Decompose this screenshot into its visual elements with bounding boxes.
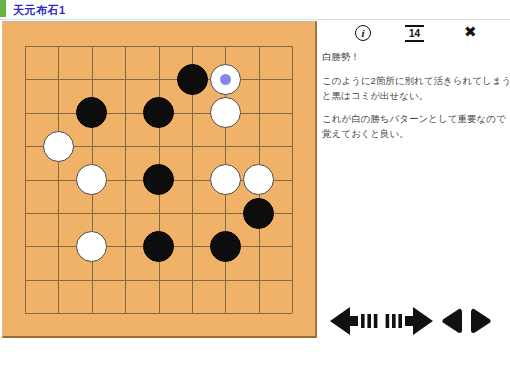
panel-toolbar: i 14 ✖ (320, 25, 510, 43)
next-move-button[interactable] (468, 307, 494, 335)
app-window: 天元布石1 i 14 ✖ 白勝勢！ このように2箇所に別れて活きられてしまうと黒… (0, 0, 510, 380)
stone-white (210, 97, 241, 128)
move-counter[interactable]: 14 (405, 25, 424, 42)
fast-backward-button[interactable] (330, 307, 378, 335)
stone-black (210, 231, 241, 262)
nav-controls (320, 307, 510, 337)
page-title: 天元布石1 (13, 3, 66, 18)
previous-move-button[interactable] (439, 307, 465, 335)
fast-forward-icon (385, 307, 433, 335)
go-board[interactable] (2, 21, 317, 338)
stone-black (243, 198, 274, 229)
stone-white (210, 64, 241, 95)
fast-forward-button[interactable] (385, 307, 433, 335)
info-icon[interactable]: i (355, 25, 371, 41)
stone-white (76, 231, 107, 262)
title-accent-bar (0, 0, 6, 17)
fast-backward-icon (330, 307, 378, 335)
stone-black (177, 64, 208, 95)
next-move-icon (468, 307, 494, 335)
commentary-heading: 白勝勢！ (322, 49, 510, 64)
close-icon[interactable]: ✖ (464, 22, 477, 42)
commentary: 白勝勢！ このように2箇所に別れて活きられてしまうと黒はコミが出せない。 これが… (322, 49, 510, 149)
side-panel: i 14 ✖ 白勝勢！ このように2箇所に別れて活きられてしまうと黒はコミが出せ… (320, 21, 510, 380)
previous-move-icon (439, 307, 465, 335)
commentary-paragraph: このように2箇所に別れて活きられてしまうと黒はコミが出せない。 (322, 73, 510, 103)
stone-black (143, 231, 174, 262)
stone-white (43, 131, 74, 162)
title-bar: 天元布石1 (0, 0, 510, 20)
commentary-paragraph: これが白の勝ちパターンとして重要なので覚えておくと良い。 (322, 111, 510, 141)
last-move-marker (220, 74, 231, 85)
stone-black (143, 164, 174, 195)
stone-white (210, 164, 241, 195)
